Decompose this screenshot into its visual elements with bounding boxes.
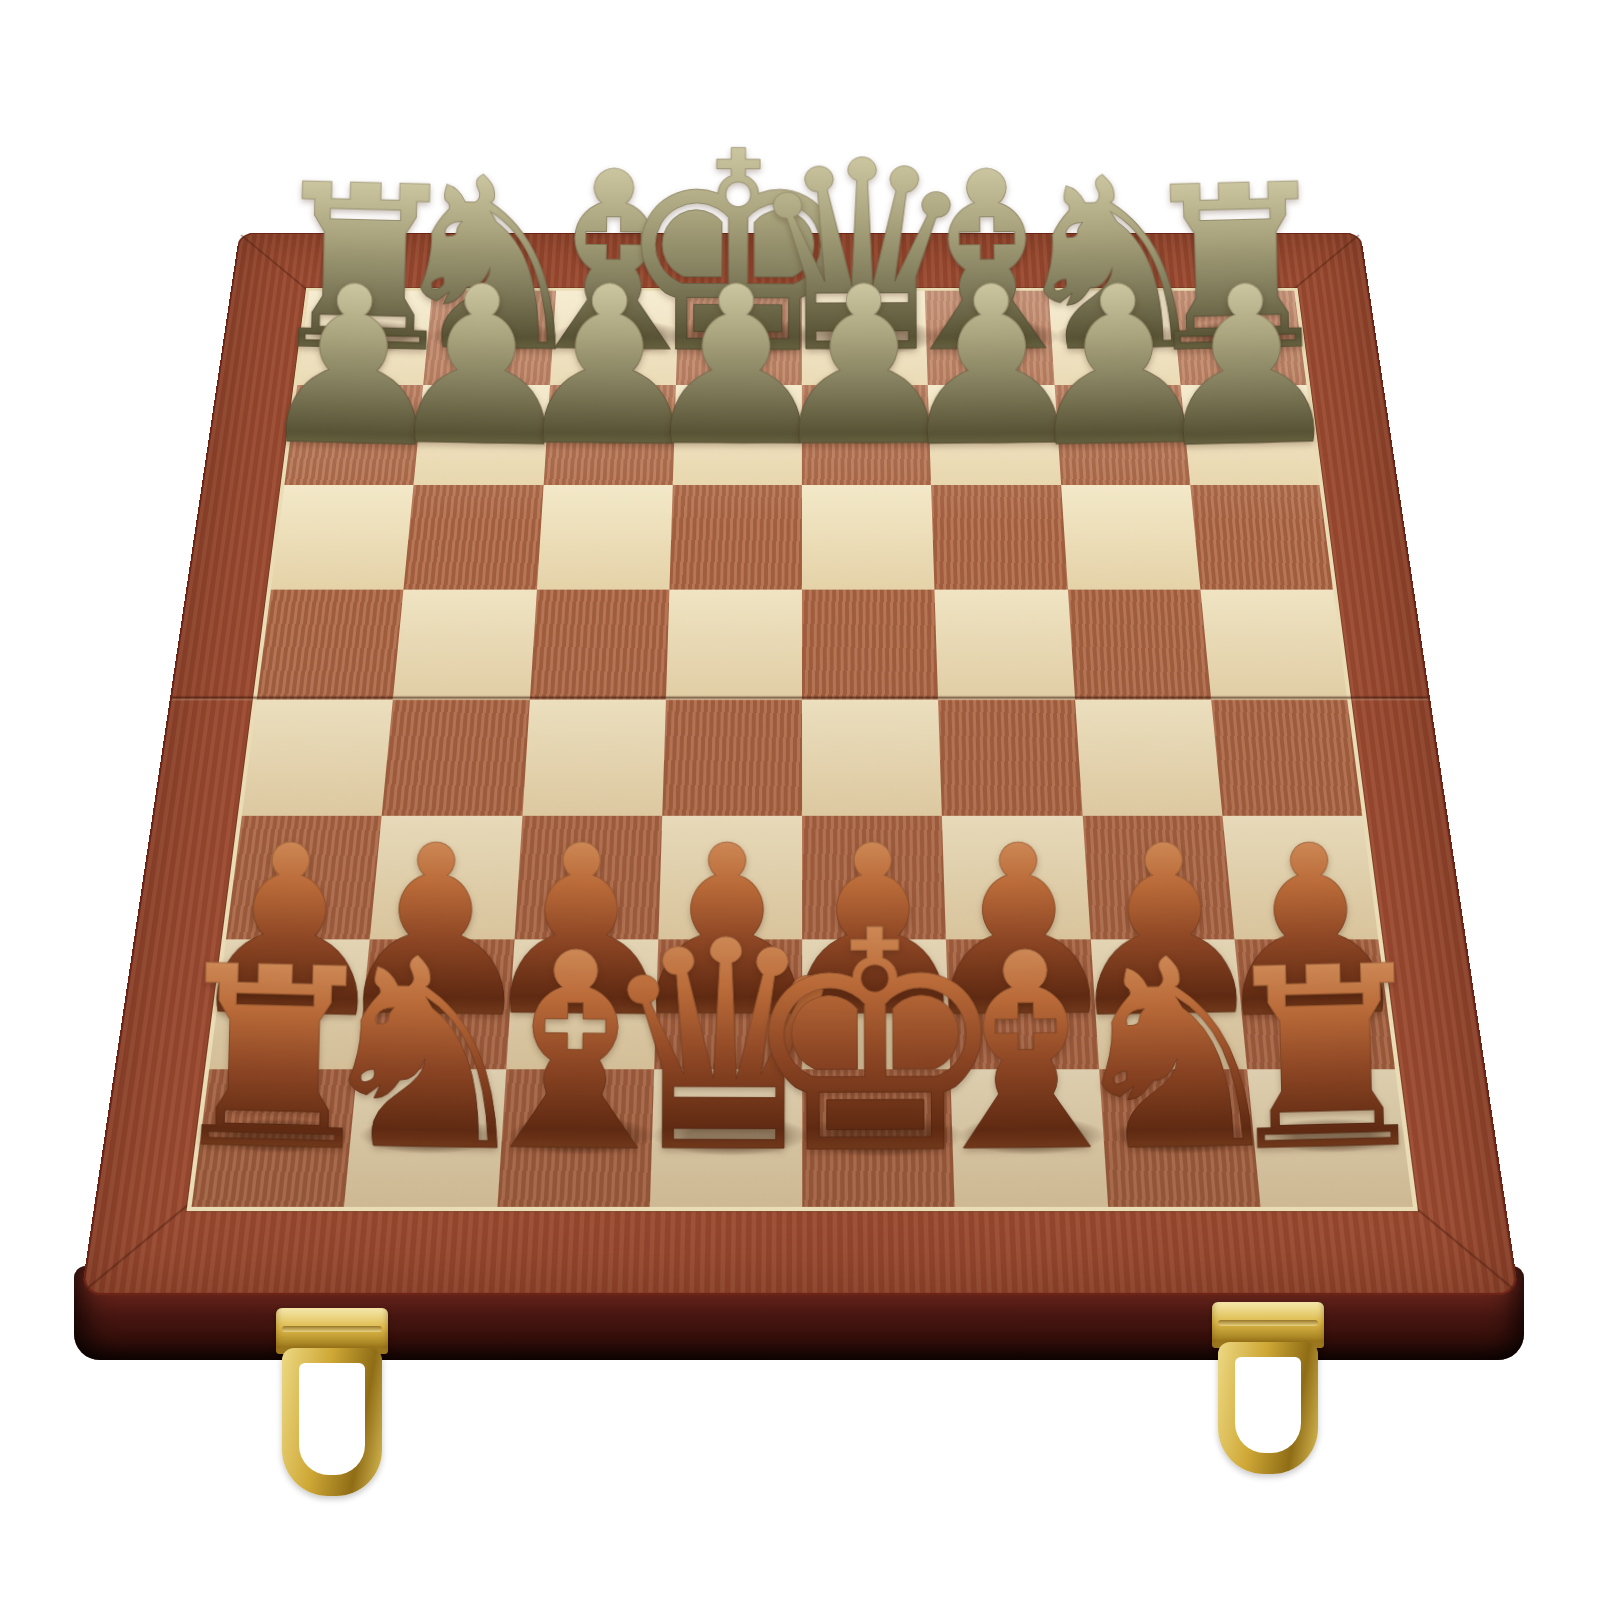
square-a2 [209, 939, 370, 1069]
square-g4 [1075, 700, 1223, 816]
square-e3 [802, 816, 946, 939]
square-h2 [1234, 939, 1395, 1069]
square-f5 [935, 589, 1075, 699]
square-h8 [1171, 291, 1306, 386]
square-d1 [650, 1069, 803, 1207]
square-a1 [192, 1069, 358, 1207]
square-g6 [1061, 485, 1201, 590]
square-a3 [226, 816, 382, 939]
square-c7 [543, 385, 676, 484]
square-f4 [938, 700, 1082, 816]
square-f2 [946, 939, 1098, 1069]
square-f3 [942, 816, 1090, 939]
square-b5 [393, 589, 536, 699]
square-h1 [1247, 1069, 1413, 1207]
square-d8 [676, 291, 802, 386]
frame-mitre-top-left [240, 235, 310, 293]
square-f7 [928, 385, 1061, 484]
square-b6 [404, 485, 543, 590]
square-d3 [658, 816, 802, 939]
square-h3 [1222, 816, 1378, 939]
square-h7 [1180, 385, 1319, 484]
clasp-left-ring-hole [299, 1363, 365, 1475]
square-a4 [242, 700, 393, 816]
square-e4 [802, 700, 942, 816]
board-grid [192, 291, 1413, 1207]
clasp-right-ring [1218, 1342, 1318, 1474]
frame-mitre-top-right [1289, 235, 1359, 293]
square-g5 [1067, 589, 1210, 699]
square-h6 [1190, 485, 1333, 590]
square-g2 [1090, 939, 1247, 1069]
square-c1 [497, 1069, 654, 1207]
clasp-left-ring [282, 1348, 382, 1496]
square-d5 [666, 589, 802, 699]
square-b2 [358, 939, 515, 1069]
square-a8 [297, 291, 432, 386]
square-f6 [931, 485, 1067, 590]
square-e6 [802, 485, 935, 590]
square-d2 [654, 939, 802, 1069]
square-a6 [271, 485, 414, 590]
square-d7 [673, 385, 802, 484]
square-g3 [1082, 816, 1234, 939]
clasp-right-ring-hole [1235, 1357, 1301, 1453]
product-photo-stage: ♜♞♝♚♛♝♞♜♟♟♟♟♟♟♟♟♟♟♟♟♟♟♟♟♜♞♝♛♚♝♞♜ [0, 0, 1600, 1600]
square-a5 [257, 589, 404, 699]
square-c3 [514, 816, 662, 939]
square-c5 [529, 589, 669, 699]
clasp-right [1212, 1302, 1324, 1474]
square-e7 [802, 385, 931, 484]
square-f8 [925, 291, 1054, 386]
square-g1 [1099, 1069, 1261, 1207]
square-g7 [1054, 385, 1190, 484]
square-e1 [802, 1069, 955, 1207]
square-d6 [669, 485, 802, 590]
square-d4 [662, 700, 802, 816]
square-e8 [802, 291, 928, 386]
square-a7 [284, 385, 423, 484]
square-b3 [370, 816, 522, 939]
square-h4 [1211, 700, 1362, 816]
chess-board [81, 233, 1519, 1295]
square-b1 [344, 1069, 506, 1207]
clasp-left [276, 1308, 388, 1496]
square-b4 [382, 700, 530, 816]
frame-mitre-bottom-right [1406, 1200, 1517, 1292]
square-c8 [550, 291, 679, 386]
square-g8 [1048, 291, 1180, 386]
square-c2 [506, 939, 658, 1069]
square-b8 [423, 291, 555, 386]
fold-seam [172, 696, 1429, 701]
square-e2 [802, 939, 950, 1069]
square-f1 [950, 1069, 1107, 1207]
square-e5 [802, 589, 938, 699]
square-c4 [522, 700, 666, 816]
square-h5 [1200, 589, 1347, 699]
square-b7 [414, 385, 550, 484]
frame-mitre-bottom-left [83, 1200, 194, 1292]
square-c6 [536, 485, 672, 590]
